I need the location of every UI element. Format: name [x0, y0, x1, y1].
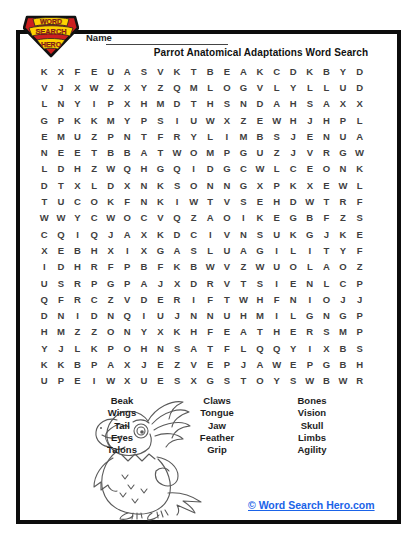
grid-cell-r10c13[interactable]: I [235, 210, 252, 226]
grid-cell-r15c2[interactable]: F [53, 291, 70, 307]
grid-cell-r16c17[interactable]: G [302, 307, 319, 323]
grid-cell-r7c13[interactable]: C [235, 161, 252, 177]
grid-cell-r16c4[interactable]: D [86, 307, 103, 323]
grid-cell-r11c11[interactable]: I [202, 226, 219, 242]
grid-cell-r10c5[interactable]: W [102, 210, 119, 226]
grid-cell-r15c11[interactable]: F [202, 291, 219, 307]
grid-cell-r17c3[interactable]: Z [69, 324, 86, 340]
grid-cell-r10c16[interactable]: G [285, 210, 302, 226]
grid-cell-r7c5[interactable]: W [102, 161, 119, 177]
grid-cell-r12c8[interactable]: G [152, 242, 169, 258]
grid-cell-r7c15[interactable]: L [268, 161, 285, 177]
grid-cell-r10c11[interactable]: A [202, 210, 219, 226]
grid-cell-r1c11[interactable]: B [202, 63, 219, 79]
grid-cell-r11c3[interactable]: I [69, 226, 86, 242]
grid-cell-r8c9[interactable]: S [169, 177, 186, 193]
grid-cell-r11c15[interactable]: U [268, 226, 285, 242]
grid-cell-r3c2[interactable]: N [53, 96, 70, 112]
grid-cell-r9c9[interactable]: I [169, 193, 186, 209]
grid-cell-r1c2[interactable]: X [53, 63, 70, 79]
grid-cell-r17c1[interactable]: H [36, 324, 53, 340]
grid-cell-r4c14[interactable]: E [252, 112, 269, 128]
grid-cell-r17c16[interactable]: E [285, 324, 302, 340]
grid-cell-r4c18[interactable]: H [318, 112, 335, 128]
grid-cell-r11c4[interactable]: Q [86, 226, 103, 242]
grid-cell-r8c8[interactable]: K [152, 177, 169, 193]
grid-cell-r12c9[interactable]: A [169, 242, 186, 258]
grid-cell-r1c5[interactable]: U [102, 63, 119, 79]
grid-cell-r7c20[interactable]: K [351, 161, 368, 177]
grid-cell-r5c2[interactable]: M [53, 128, 70, 144]
grid-cell-r2c8[interactable]: Z [152, 79, 169, 95]
grid-cell-r20c8[interactable]: E [152, 373, 169, 389]
grid-cell-r4c13[interactable]: Z [235, 112, 252, 128]
grid-cell-r11c13[interactable]: N [235, 226, 252, 242]
grid-cell-r7c14[interactable]: W [252, 161, 269, 177]
grid-cell-r10c15[interactable]: E [268, 210, 285, 226]
grid-cell-r3c18[interactable]: A [318, 96, 335, 112]
grid-cell-r4c5[interactable]: M [102, 112, 119, 128]
grid-cell-r6c6[interactable]: B [119, 144, 136, 160]
grid-cell-r14c10[interactable]: D [185, 275, 202, 291]
grid-cell-r9c15[interactable]: H [268, 193, 285, 209]
grid-cell-r14c11[interactable]: R [202, 275, 219, 291]
grid-cell-r5c13[interactable]: M [235, 128, 252, 144]
grid-cell-r14c14[interactable]: S [252, 275, 269, 291]
grid-cell-r18c20[interactable]: S [351, 340, 368, 356]
grid-cell-r15c12[interactable]: T [219, 291, 236, 307]
grid-cell-r6c12[interactable]: P [219, 144, 236, 160]
grid-cell-r20c10[interactable]: X [185, 373, 202, 389]
grid-cell-r1c10[interactable]: T [185, 63, 202, 79]
grid-cell-r13c2[interactable]: D [53, 259, 70, 275]
grid-cell-r8c12[interactable]: N [219, 177, 236, 193]
grid-cell-r18c9[interactable]: S [169, 340, 186, 356]
grid-cell-r17c18[interactable]: S [318, 324, 335, 340]
grid-cell-r4c6[interactable]: Y [119, 112, 136, 128]
grid-cell-r7c16[interactable]: C [285, 161, 302, 177]
grid-cell-r14c5[interactable]: G [102, 275, 119, 291]
grid-cell-r19c6[interactable]: X [119, 356, 136, 372]
grid-cell-r8c20[interactable]: L [351, 177, 368, 193]
grid-cell-r1c7[interactable]: S [136, 63, 153, 79]
grid-cell-r10c3[interactable]: Y [69, 210, 86, 226]
grid-cell-r4c15[interactable]: W [268, 112, 285, 128]
grid-cell-r8c15[interactable]: P [268, 177, 285, 193]
grid-cell-r19c16[interactable]: E [285, 356, 302, 372]
grid-cell-r7c10[interactable]: I [185, 161, 202, 177]
grid-cell-r15c1[interactable]: Q [36, 291, 53, 307]
grid-cell-r10c17[interactable]: B [302, 210, 319, 226]
grid-cell-r8c1[interactable]: D [36, 177, 53, 193]
grid-cell-r4c20[interactable]: L [351, 112, 368, 128]
grid-cell-r14c9[interactable]: X [169, 275, 186, 291]
grid-cell-r1c18[interactable]: B [318, 63, 335, 79]
grid-cell-r3c16[interactable]: H [285, 96, 302, 112]
grid-cell-r8c18[interactable]: E [318, 177, 335, 193]
grid-cell-r11c19[interactable]: K [335, 226, 352, 242]
grid-cell-r20c2[interactable]: P [53, 373, 70, 389]
grid-cell-r6c11[interactable]: M [202, 144, 219, 160]
grid-cell-r13c8[interactable]: F [152, 259, 169, 275]
grid-cell-r2c13[interactable]: G [235, 79, 252, 95]
grid-cell-r2c14[interactable]: V [252, 79, 269, 95]
grid-cell-r13c6[interactable]: P [119, 259, 136, 275]
grid-cell-r3c3[interactable]: Y [69, 96, 86, 112]
grid-cell-r9c10[interactable]: W [185, 193, 202, 209]
grid-cell-r15c16[interactable]: N [285, 291, 302, 307]
grid-cell-r19c20[interactable]: H [351, 356, 368, 372]
grid-cell-r20c14[interactable]: O [252, 373, 269, 389]
grid-cell-r14c7[interactable]: A [136, 275, 153, 291]
grid-cell-r18c15[interactable]: Q [268, 340, 285, 356]
grid-cell-r17c8[interactable]: X [152, 324, 169, 340]
grid-cell-r10c10[interactable]: Z [185, 210, 202, 226]
grid-cell-r2c4[interactable]: W [86, 79, 103, 95]
grid-cell-r6c10[interactable]: O [185, 144, 202, 160]
grid-cell-r5c16[interactable]: J [285, 128, 302, 144]
grid-cell-r5c1[interactable]: E [36, 128, 53, 144]
grid-cell-r9c12[interactable]: V [219, 193, 236, 209]
grid-cell-r12c3[interactable]: B [69, 242, 86, 258]
grid-cell-r19c10[interactable]: V [185, 356, 202, 372]
grid-cell-r13c17[interactable]: L [302, 259, 319, 275]
grid-cell-r19c15[interactable]: W [268, 356, 285, 372]
grid-cell-r19c9[interactable]: Z [169, 356, 186, 372]
grid-cell-r20c15[interactable]: Y [268, 373, 285, 389]
grid-cell-r14c13[interactable]: T [235, 275, 252, 291]
grid-cell-r16c14[interactable]: M [252, 307, 269, 323]
grid-cell-r17c6[interactable]: N [119, 324, 136, 340]
grid-cell-r5c6[interactable]: N [119, 128, 136, 144]
grid-cell-r19c17[interactable]: P [302, 356, 319, 372]
grid-cell-r1c12[interactable]: E [219, 63, 236, 79]
grid-cell-r6c5[interactable]: B [102, 144, 119, 160]
grid-cell-r13c16[interactable]: O [285, 259, 302, 275]
grid-cell-r14c19[interactable]: C [335, 275, 352, 291]
grid-cell-r9c19[interactable]: R [335, 193, 352, 209]
grid-cell-r3c19[interactable]: X [335, 96, 352, 112]
grid-cell-r11c18[interactable]: J [318, 226, 335, 242]
grid-cell-r2c9[interactable]: Q [169, 79, 186, 95]
grid-cell-r12c12[interactable]: U [219, 242, 236, 258]
grid-cell-r4c8[interactable]: S [152, 112, 169, 128]
grid-cell-r10c12[interactable]: O [219, 210, 236, 226]
grid-cell-r3c17[interactable]: S [302, 96, 319, 112]
grid-cell-r13c18[interactable]: A [318, 259, 335, 275]
grid-cell-r3c12[interactable]: S [219, 96, 236, 112]
grid-cell-r7c7[interactable]: H [136, 161, 153, 177]
grid-cell-r19c2[interactable]: K [53, 356, 70, 372]
grid-cell-r9c20[interactable]: F [351, 193, 368, 209]
grid-cell-r5c9[interactable]: R [169, 128, 186, 144]
grid-cell-r8c5[interactable]: D [102, 177, 119, 193]
grid-cell-r17c4[interactable]: Z [86, 324, 103, 340]
grid-cell-r2c19[interactable]: U [335, 79, 352, 95]
grid-cell-r12c14[interactable]: G [252, 242, 269, 258]
grid-cell-r18c14[interactable]: Q [252, 340, 269, 356]
grid-cell-r18c10[interactable]: A [185, 340, 202, 356]
grid-cell-r16c18[interactable]: N [318, 307, 335, 323]
grid-cell-r10c19[interactable]: Z [335, 210, 352, 226]
grid-cell-r2c10[interactable]: M [185, 79, 202, 95]
grid-cell-r5c14[interactable]: B [252, 128, 269, 144]
grid-cell-r18c2[interactable]: J [53, 340, 70, 356]
grid-cell-r19c12[interactable]: P [219, 356, 236, 372]
grid-cell-r8c10[interactable]: O [185, 177, 202, 193]
grid-cell-r19c3[interactable]: B [69, 356, 86, 372]
grid-cell-r15c7[interactable]: D [136, 291, 153, 307]
footer-link[interactable]: © Word Search Hero.com [248, 499, 375, 511]
grid-cell-r3c1[interactable]: L [36, 96, 53, 112]
grid-cell-r5c4[interactable]: Z [86, 128, 103, 144]
grid-cell-r10c9[interactable]: Q [169, 210, 186, 226]
grid-cell-r7c11[interactable]: D [202, 161, 219, 177]
grid-cell-r7c6[interactable]: Q [119, 161, 136, 177]
grid-cell-r11c9[interactable]: D [169, 226, 186, 242]
grid-cell-r19c18[interactable]: G [318, 356, 335, 372]
grid-cell-r14c8[interactable]: J [152, 275, 169, 291]
grid-cell-r9c6[interactable]: F [119, 193, 136, 209]
grid-cell-r5c15[interactable]: S [268, 128, 285, 144]
grid-cell-r18c3[interactable]: L [69, 340, 86, 356]
grid-cell-r19c5[interactable]: A [102, 356, 119, 372]
grid-cell-r18c1[interactable]: Y [36, 340, 53, 356]
grid-cell-r17c11[interactable]: F [202, 324, 219, 340]
grid-cell-r20c5[interactable]: W [102, 373, 119, 389]
grid-cell-r14c20[interactable]: P [351, 275, 368, 291]
grid-cell-r6c9[interactable]: W [169, 144, 186, 160]
grid-cell-r5c11[interactable]: L [202, 128, 219, 144]
grid-cell-r6c13[interactable]: G [235, 144, 252, 160]
grid-cell-r13c13[interactable]: Z [235, 259, 252, 275]
grid-cell-r3c7[interactable]: H [136, 96, 153, 112]
grid-cell-r2c18[interactable]: L [318, 79, 335, 95]
grid-cell-r12c20[interactable]: F [351, 242, 368, 258]
grid-cell-r1c17[interactable]: K [302, 63, 319, 79]
grid-cell-r20c17[interactable]: W [302, 373, 319, 389]
grid-cell-r1c3[interactable]: F [69, 63, 86, 79]
grid-cell-r20c13[interactable]: T [235, 373, 252, 389]
grid-cell-r6c8[interactable]: T [152, 144, 169, 160]
grid-cell-r2c11[interactable]: L [202, 79, 219, 95]
grid-cell-r17c5[interactable]: O [102, 324, 119, 340]
grid-cell-r3c20[interactable]: X [351, 96, 368, 112]
grid-cell-r6c14[interactable]: U [252, 144, 269, 160]
grid-cell-r16c2[interactable]: N [53, 307, 70, 323]
grid-cell-r13c14[interactable]: W [252, 259, 269, 275]
grid-cell-r10c2[interactable]: W [53, 210, 70, 226]
grid-cell-r16c8[interactable]: U [152, 307, 169, 323]
grid-cell-r7c2[interactable]: D [53, 161, 70, 177]
grid-cell-r2c12[interactable]: O [219, 79, 236, 95]
grid-cell-r2c16[interactable]: Y [285, 79, 302, 95]
grid-cell-r16c7[interactable]: I [136, 307, 153, 323]
grid-cell-r12c18[interactable]: T [318, 242, 335, 258]
grid-cell-r15c5[interactable]: Z [102, 291, 119, 307]
grid-cell-r15c19[interactable]: J [335, 291, 352, 307]
grid-cell-r19c13[interactable]: J [235, 356, 252, 372]
grid-cell-r10c7[interactable]: C [136, 210, 153, 226]
grid-cell-r5c5[interactable]: P [102, 128, 119, 144]
grid-cell-r2c6[interactable]: X [119, 79, 136, 95]
grid-cell-r18c13[interactable]: L [235, 340, 252, 356]
grid-cell-r14c2[interactable]: S [53, 275, 70, 291]
grid-cell-r4c2[interactable]: P [53, 112, 70, 128]
grid-cell-r2c2[interactable]: J [53, 79, 70, 95]
grid-cell-r18c6[interactable]: O [119, 340, 136, 356]
grid-cell-r12c13[interactable]: A [235, 242, 252, 258]
grid-cell-r11c1[interactable]: C [36, 226, 53, 242]
grid-cell-r8c19[interactable]: W [335, 177, 352, 193]
grid-cell-r4c1[interactable]: G [36, 112, 53, 128]
grid-cell-r11c8[interactable]: K [152, 226, 169, 242]
grid-cell-r11c10[interactable]: C [185, 226, 202, 242]
grid-cell-r14c18[interactable]: L [318, 275, 335, 291]
grid-cell-r8c16[interactable]: K [285, 177, 302, 193]
grid-cell-r10c18[interactable]: F [318, 210, 335, 226]
grid-cell-r16c11[interactable]: N [202, 307, 219, 323]
grid-cell-r6c19[interactable]: G [335, 144, 352, 160]
grid-cell-r6c3[interactable]: E [69, 144, 86, 160]
grid-cell-r9c18[interactable]: T [318, 193, 335, 209]
grid-cell-r4c4[interactable]: K [86, 112, 103, 128]
grid-cell-r12c19[interactable]: Y [335, 242, 352, 258]
grid-cell-r1c6[interactable]: A [119, 63, 136, 79]
grid-cell-r11c7[interactable]: X [136, 226, 153, 242]
grid-cell-r1c15[interactable]: C [268, 63, 285, 79]
grid-cell-r13c1[interactable]: I [36, 259, 53, 275]
grid-cell-r7c9[interactable]: Q [169, 161, 186, 177]
grid-cell-r7c8[interactable]: G [152, 161, 169, 177]
grid-cell-r11c16[interactable]: K [285, 226, 302, 242]
grid-cell-r13c20[interactable]: Z [351, 259, 368, 275]
grid-cell-r18c19[interactable]: B [335, 340, 352, 356]
grid-cell-r7c12[interactable]: G [219, 161, 236, 177]
grid-cell-r11c20[interactable]: E [351, 226, 368, 242]
grid-cell-r4c12[interactable]: X [219, 112, 236, 128]
grid-cell-r17c14[interactable]: T [252, 324, 269, 340]
grid-cell-r12c5[interactable]: X [102, 242, 119, 258]
grid-cell-r10c4[interactable]: C [86, 210, 103, 226]
grid-cell-r8c7[interactable]: N [136, 177, 153, 193]
grid-cell-r17c15[interactable]: H [268, 324, 285, 340]
grid-cell-r5c8[interactable]: F [152, 128, 169, 144]
grid-cell-r3c4[interactable]: I [86, 96, 103, 112]
grid-cell-r13c10[interactable]: B [185, 259, 202, 275]
grid-cell-r8c17[interactable]: X [302, 177, 319, 193]
grid-cell-r13c12[interactable]: V [219, 259, 236, 275]
grid-cell-r12c6[interactable]: I [119, 242, 136, 258]
grid-cell-r12c4[interactable]: H [86, 242, 103, 258]
grid-cell-r2c15[interactable]: L [268, 79, 285, 95]
grid-cell-r7c18[interactable]: O [318, 161, 335, 177]
grid-cell-r13c5[interactable]: F [102, 259, 119, 275]
grid-cell-r3c14[interactable]: D [252, 96, 269, 112]
grid-cell-r16c19[interactable]: G [335, 307, 352, 323]
grid-cell-r2c5[interactable]: Z [102, 79, 119, 95]
grid-cell-r12c2[interactable]: E [53, 242, 70, 258]
grid-cell-r10c1[interactable]: W [36, 210, 53, 226]
grid-cell-r14c3[interactable]: R [69, 275, 86, 291]
grid-cell-r9c14[interactable]: E [252, 193, 269, 209]
grid-cell-r13c19[interactable]: O [335, 259, 352, 275]
grid-cell-r17c17[interactable]: R [302, 324, 319, 340]
grid-cell-r1c1[interactable]: K [36, 63, 53, 79]
grid-cell-r12c7[interactable]: X [136, 242, 153, 258]
grid-cell-r8c6[interactable]: X [119, 177, 136, 193]
grid-cell-r9c7[interactable]: N [136, 193, 153, 209]
grid-cell-r11c17[interactable]: G [302, 226, 319, 242]
grid-cell-r4c17[interactable]: J [302, 112, 319, 128]
grid-cell-r15c20[interactable]: J [351, 291, 368, 307]
grid-cell-r2c3[interactable]: X [69, 79, 86, 95]
grid-cell-r16c15[interactable]: I [268, 307, 285, 323]
grid-cell-r5c18[interactable]: N [318, 128, 335, 144]
grid-cell-r7c19[interactable]: N [335, 161, 352, 177]
grid-cell-r13c15[interactable]: U [268, 259, 285, 275]
grid-cell-r14c12[interactable]: V [219, 275, 236, 291]
grid-cell-r15c18[interactable]: O [318, 291, 335, 307]
grid-cell-r1c19[interactable]: Y [335, 63, 352, 79]
grid-cell-r16c1[interactable]: D [36, 307, 53, 323]
grid-cell-r15c10[interactable]: I [185, 291, 202, 307]
grid-cell-r20c12[interactable]: S [219, 373, 236, 389]
grid-cell-r16c16[interactable]: L [285, 307, 302, 323]
grid-cell-r20c1[interactable]: U [36, 373, 53, 389]
grid-cell-r20c7[interactable]: U [136, 373, 153, 389]
grid-cell-r14c15[interactable]: I [268, 275, 285, 291]
grid-cell-r11c14[interactable]: S [252, 226, 269, 242]
grid-cell-r18c18[interactable]: X [318, 340, 335, 356]
grid-cell-r6c15[interactable]: Z [268, 144, 285, 160]
grid-cell-r4c3[interactable]: K [69, 112, 86, 128]
grid-cell-r10c14[interactable]: K [252, 210, 269, 226]
grid-cell-r17c9[interactable]: K [169, 324, 186, 340]
grid-cell-r8c11[interactable]: N [202, 177, 219, 193]
grid-cell-r18c4[interactable]: K [86, 340, 103, 356]
grid-cell-r20c4[interactable]: I [86, 373, 103, 389]
grid-cell-r20c3[interactable]: E [69, 373, 86, 389]
grid-cell-r20c6[interactable]: X [119, 373, 136, 389]
grid-cell-r15c8[interactable]: E [152, 291, 169, 307]
grid-cell-r13c9[interactable]: K [169, 259, 186, 275]
grid-cell-r9c4[interactable]: O [86, 193, 103, 209]
grid-cell-r12c1[interactable]: X [36, 242, 53, 258]
grid-cell-r19c19[interactable]: B [335, 356, 352, 372]
grid-cell-r19c11[interactable]: E [202, 356, 219, 372]
grid-cell-r9c11[interactable]: T [202, 193, 219, 209]
grid-cell-r9c1[interactable]: T [36, 193, 53, 209]
grid-cell-r3c5[interactable]: P [102, 96, 119, 112]
grid-cell-r2c7[interactable]: Y [136, 79, 153, 95]
grid-cell-r9c16[interactable]: D [285, 193, 302, 209]
grid-cell-r16c10[interactable]: N [185, 307, 202, 323]
grid-cell-r15c13[interactable]: W [235, 291, 252, 307]
grid-cell-r10c6[interactable]: O [119, 210, 136, 226]
grid-cell-r17c20[interactable]: P [351, 324, 368, 340]
grid-cell-r4c9[interactable]: I [169, 112, 186, 128]
grid-cell-r17c12[interactable]: E [219, 324, 236, 340]
grid-cell-r16c5[interactable]: N [102, 307, 119, 323]
grid-cell-r5c7[interactable]: T [136, 128, 153, 144]
grid-cell-r5c3[interactable]: U [69, 128, 86, 144]
grid-cell-r15c6[interactable]: V [119, 291, 136, 307]
grid-cell-r8c2[interactable]: T [53, 177, 70, 193]
grid-cell-r11c12[interactable]: V [219, 226, 236, 242]
grid-cell-r10c8[interactable]: V [152, 210, 169, 226]
grid-cell-r2c20[interactable]: D [351, 79, 368, 95]
